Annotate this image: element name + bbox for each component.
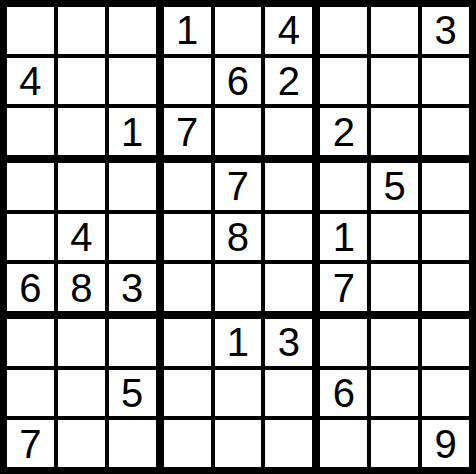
cell-r6c7[interactable]: 7 <box>320 264 367 311</box>
box-3: 32 <box>320 7 469 155</box>
cell-r8c2[interactable] <box>58 370 105 417</box>
cell-r7c6[interactable]: 3 <box>265 319 312 366</box>
cell-r6c4[interactable] <box>164 264 211 311</box>
cell-r4c1[interactable] <box>7 163 54 210</box>
cell-r2c4[interactable] <box>164 58 211 105</box>
cell-r8c1[interactable] <box>7 370 54 417</box>
cell-r8c3[interactable]: 5 <box>109 370 156 417</box>
cell-r8c4[interactable] <box>164 370 211 417</box>
cell-r2c7[interactable] <box>320 58 367 105</box>
box-2: 14627 <box>164 7 313 155</box>
cell-r9c4[interactable] <box>164 420 211 467</box>
cell-r4c8[interactable]: 5 <box>371 163 418 210</box>
cell-r7c9[interactable] <box>422 319 469 366</box>
cell-r7c3[interactable] <box>109 319 156 366</box>
cell-r9c3[interactable] <box>109 420 156 467</box>
cell-r2c5[interactable]: 6 <box>215 58 262 105</box>
cell-r3c6[interactable] <box>265 108 312 155</box>
cell-r9c6[interactable] <box>265 420 312 467</box>
cell-r2c9[interactable] <box>422 58 469 105</box>
cell-r3c4[interactable]: 7 <box>164 108 211 155</box>
cell-r8c7[interactable]: 6 <box>320 370 367 417</box>
cell-r6c2[interactable]: 8 <box>58 264 105 311</box>
cell-r3c3[interactable]: 1 <box>109 108 156 155</box>
box-7: 57 <box>7 319 156 467</box>
cell-r5c5[interactable]: 8 <box>215 214 262 261</box>
cell-r6c1[interactable]: 6 <box>7 264 54 311</box>
cell-r9c1[interactable]: 7 <box>7 420 54 467</box>
cell-r6c3[interactable]: 3 <box>109 264 156 311</box>
cell-r1c9[interactable]: 3 <box>422 7 469 54</box>
cell-r1c1[interactable] <box>7 7 54 54</box>
cell-r3c8[interactable] <box>371 108 418 155</box>
cell-r8c6[interactable] <box>265 370 312 417</box>
cell-r6c5[interactable] <box>215 264 262 311</box>
cell-r3c1[interactable] <box>7 108 54 155</box>
cell-r4c9[interactable] <box>422 163 469 210</box>
cell-r7c1[interactable] <box>7 319 54 366</box>
box-6: 517 <box>320 163 469 311</box>
cell-r9c7[interactable] <box>320 420 367 467</box>
cell-r6c6[interactable] <box>265 264 312 311</box>
cell-r2c1[interactable]: 4 <box>7 58 54 105</box>
cell-r7c4[interactable] <box>164 319 211 366</box>
cell-r4c6[interactable] <box>265 163 312 210</box>
cell-r1c3[interactable] <box>109 7 156 54</box>
cell-r9c8[interactable] <box>371 420 418 467</box>
cell-r5c3[interactable] <box>109 214 156 261</box>
cell-r9c5[interactable] <box>215 420 262 467</box>
cell-r5c4[interactable] <box>164 214 211 261</box>
cell-r2c8[interactable] <box>371 58 418 105</box>
box-1: 41 <box>7 7 156 155</box>
cell-r3c2[interactable] <box>58 108 105 155</box>
cell-r5c7[interactable]: 1 <box>320 214 367 261</box>
cell-r8c5[interactable] <box>215 370 262 417</box>
cell-r1c4[interactable]: 1 <box>164 7 211 54</box>
cell-r8c9[interactable] <box>422 370 469 417</box>
box-5: 78 <box>164 163 313 311</box>
cell-r5c1[interactable] <box>7 214 54 261</box>
cell-r4c7[interactable] <box>320 163 367 210</box>
cell-r1c6[interactable]: 4 <box>265 7 312 54</box>
box-4: 4683 <box>7 163 156 311</box>
cell-r5c6[interactable] <box>265 214 312 261</box>
cell-r5c9[interactable] <box>422 214 469 261</box>
cell-r7c8[interactable] <box>371 319 418 366</box>
box-9: 69 <box>320 319 469 467</box>
cell-r5c2[interactable]: 4 <box>58 214 105 261</box>
cell-r7c2[interactable] <box>58 319 105 366</box>
cell-r7c5[interactable]: 1 <box>215 319 262 366</box>
cell-r1c2[interactable] <box>58 7 105 54</box>
cell-r6c9[interactable] <box>422 264 469 311</box>
cell-r4c2[interactable] <box>58 163 105 210</box>
cell-r3c5[interactable] <box>215 108 262 155</box>
sudoku-board: 411462732468378517571369 <box>0 0 476 474</box>
cell-r4c3[interactable] <box>109 163 156 210</box>
cell-r9c9[interactable]: 9 <box>422 420 469 467</box>
cell-r5c8[interactable] <box>371 214 418 261</box>
cell-r2c3[interactable] <box>109 58 156 105</box>
cell-r3c7[interactable]: 2 <box>320 108 367 155</box>
cell-r2c6[interactable]: 2 <box>265 58 312 105</box>
cell-r7c7[interactable] <box>320 319 367 366</box>
cell-r4c4[interactable] <box>164 163 211 210</box>
cell-r4c5[interactable]: 7 <box>215 163 262 210</box>
cell-r2c2[interactable] <box>58 58 105 105</box>
cell-r8c8[interactable] <box>371 370 418 417</box>
cell-r1c8[interactable] <box>371 7 418 54</box>
cell-r9c2[interactable] <box>58 420 105 467</box>
cell-r3c9[interactable] <box>422 108 469 155</box>
cell-r6c8[interactable] <box>371 264 418 311</box>
cell-r1c5[interactable] <box>215 7 262 54</box>
cell-r1c7[interactable] <box>320 7 367 54</box>
box-8: 13 <box>164 319 313 467</box>
